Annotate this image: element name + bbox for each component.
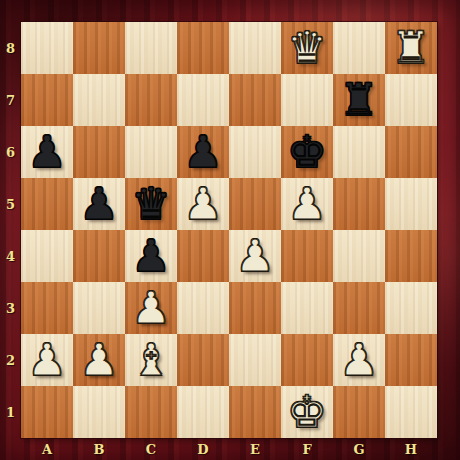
square-f8[interactable]: ♛ xyxy=(281,22,333,74)
square-c5[interactable]: ♛ xyxy=(125,178,177,230)
square-d1[interactable] xyxy=(177,386,229,438)
file-label-g: G xyxy=(333,438,385,460)
square-c3[interactable]: ♟ xyxy=(125,282,177,334)
piece-white-pawn-g2[interactable]: ♟ xyxy=(333,334,385,386)
square-e4[interactable]: ♟ xyxy=(229,230,281,282)
square-b6[interactable] xyxy=(73,126,125,178)
piece-white-pawn-c3[interactable]: ♟ xyxy=(125,282,177,334)
piece-black-pawn-a6[interactable]: ♟ xyxy=(21,126,73,178)
square-a3[interactable] xyxy=(21,282,73,334)
square-g2[interactable]: ♟ xyxy=(333,334,385,386)
square-g8[interactable] xyxy=(333,22,385,74)
square-b8[interactable] xyxy=(73,22,125,74)
square-f4[interactable] xyxy=(281,230,333,282)
piece-black-rook-g7[interactable]: ♜ xyxy=(333,74,385,126)
square-c4[interactable]: ♟ xyxy=(125,230,177,282)
square-c8[interactable] xyxy=(125,22,177,74)
square-b3[interactable] xyxy=(73,282,125,334)
square-f3[interactable] xyxy=(281,282,333,334)
square-e1[interactable] xyxy=(229,386,281,438)
square-d6[interactable]: ♟ xyxy=(177,126,229,178)
file-label-f: F xyxy=(281,438,333,460)
rank-label-6: 6 xyxy=(0,126,21,178)
board-frame: 87654321 ♛♜♜♟♟♚♟♛♟♟♟♟♟♟♟♝♟♚ ABCDEFGH xyxy=(0,0,460,460)
rank-label-5: 5 xyxy=(0,178,21,230)
file-label-e: E xyxy=(229,438,281,460)
square-h8[interactable]: ♜ xyxy=(385,22,437,74)
square-g3[interactable] xyxy=(333,282,385,334)
file-label-b: B xyxy=(73,438,125,460)
piece-white-pawn-f5[interactable]: ♟ xyxy=(281,178,333,230)
square-g4[interactable] xyxy=(333,230,385,282)
square-e2[interactable] xyxy=(229,334,281,386)
square-c6[interactable] xyxy=(125,126,177,178)
rank-label-4: 4 xyxy=(0,230,21,282)
square-d5[interactable]: ♟ xyxy=(177,178,229,230)
square-g5[interactable] xyxy=(333,178,385,230)
file-label-c: C xyxy=(125,438,177,460)
square-h1[interactable] xyxy=(385,386,437,438)
square-h3[interactable] xyxy=(385,282,437,334)
square-h7[interactable] xyxy=(385,74,437,126)
piece-black-pawn-c4[interactable]: ♟ xyxy=(125,230,177,282)
piece-white-bishop-c2[interactable]: ♝ xyxy=(125,334,177,386)
square-a8[interactable] xyxy=(21,22,73,74)
piece-white-pawn-a2[interactable]: ♟ xyxy=(21,334,73,386)
piece-black-pawn-d6[interactable]: ♟ xyxy=(177,126,229,178)
square-a2[interactable]: ♟ xyxy=(21,334,73,386)
square-b4[interactable] xyxy=(73,230,125,282)
piece-white-king-f1[interactable]: ♚ xyxy=(281,386,333,438)
square-a6[interactable]: ♟ xyxy=(21,126,73,178)
square-c7[interactable] xyxy=(125,74,177,126)
piece-white-rook-h8[interactable]: ♜ xyxy=(385,22,437,74)
square-e7[interactable] xyxy=(229,74,281,126)
rank-label-8: 8 xyxy=(0,22,21,74)
square-h2[interactable] xyxy=(385,334,437,386)
square-c2[interactable]: ♝ xyxy=(125,334,177,386)
board-grid: ♛♜♜♟♟♚♟♛♟♟♟♟♟♟♟♝♟♚ xyxy=(21,22,437,438)
square-a7[interactable] xyxy=(21,74,73,126)
square-a4[interactable] xyxy=(21,230,73,282)
square-e3[interactable] xyxy=(229,282,281,334)
square-c1[interactable] xyxy=(125,386,177,438)
file-label-a: A xyxy=(21,438,73,460)
square-h4[interactable] xyxy=(385,230,437,282)
square-h5[interactable] xyxy=(385,178,437,230)
file-label-h: H xyxy=(385,438,437,460)
square-f6[interactable]: ♚ xyxy=(281,126,333,178)
rank-label-7: 7 xyxy=(0,74,21,126)
square-h6[interactable] xyxy=(385,126,437,178)
square-d7[interactable] xyxy=(177,74,229,126)
rank-label-2: 2 xyxy=(0,334,21,386)
piece-white-pawn-d5[interactable]: ♟ xyxy=(177,178,229,230)
rank-label-1: 1 xyxy=(0,386,21,438)
square-d4[interactable] xyxy=(177,230,229,282)
square-f1[interactable]: ♚ xyxy=(281,386,333,438)
piece-black-king-f6[interactable]: ♚ xyxy=(281,126,333,178)
square-d2[interactable] xyxy=(177,334,229,386)
piece-black-queen-c5[interactable]: ♛ xyxy=(125,178,177,230)
piece-black-pawn-b5[interactable]: ♟ xyxy=(73,178,125,230)
square-a1[interactable] xyxy=(21,386,73,438)
square-g6[interactable] xyxy=(333,126,385,178)
rank-labels: 87654321 xyxy=(0,22,21,438)
square-b7[interactable] xyxy=(73,74,125,126)
piece-white-queen-f8[interactable]: ♛ xyxy=(281,22,333,74)
square-e8[interactable] xyxy=(229,22,281,74)
piece-white-pawn-b2[interactable]: ♟ xyxy=(73,334,125,386)
square-d8[interactable] xyxy=(177,22,229,74)
square-f5[interactable]: ♟ xyxy=(281,178,333,230)
file-label-d: D xyxy=(177,438,229,460)
square-d3[interactable] xyxy=(177,282,229,334)
square-f7[interactable] xyxy=(281,74,333,126)
square-e6[interactable] xyxy=(229,126,281,178)
square-g7[interactable]: ♜ xyxy=(333,74,385,126)
square-e5[interactable] xyxy=(229,178,281,230)
square-f2[interactable] xyxy=(281,334,333,386)
file-labels: ABCDEFGH xyxy=(21,438,437,460)
piece-white-pawn-e4[interactable]: ♟ xyxy=(229,230,281,282)
square-b2[interactable]: ♟ xyxy=(73,334,125,386)
square-b1[interactable] xyxy=(73,386,125,438)
square-g1[interactable] xyxy=(333,386,385,438)
rank-label-3: 3 xyxy=(0,282,21,334)
square-b5[interactable]: ♟ xyxy=(73,178,125,230)
square-a5[interactable] xyxy=(21,178,73,230)
